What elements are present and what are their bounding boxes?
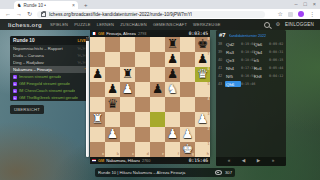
white-rook-a3[interactable]: ♜ xyxy=(90,112,105,127)
move-black-Qb4[interactable]: Qb4 xyxy=(253,49,269,55)
black-rook-c6[interactable]: ♜ xyxy=(120,67,135,82)
games-panel: Runde 10 LIVE Nepomniachtchi – Rapport½-… xyxy=(10,36,89,101)
white-pawn-f2[interactable]: ♟ xyxy=(165,127,180,142)
url-bar[interactable]: lichess.org/broadcast/fide-kandidatentur… xyxy=(37,11,265,18)
coord-file-e: e xyxy=(162,153,164,157)
square-b4[interactable]: ♛ xyxy=(105,97,120,112)
move-number: 43 xyxy=(218,82,225,86)
square-a1[interactable]: a xyxy=(90,142,105,157)
nav-item-gemeinschaft[interactable]: GEMEINSCHAFT xyxy=(153,22,187,27)
white-clock: 0:15:46 xyxy=(189,158,208,163)
square-c7[interactable] xyxy=(120,52,135,67)
tournament-link[interactable]: Kandidatenturnier 2022 xyxy=(229,34,266,38)
black-king-h8[interactable]: ♚ xyxy=(195,37,210,52)
move-row: 43Qh60:15:46 xyxy=(218,80,284,88)
square-b3[interactable] xyxy=(105,112,120,127)
square-e1[interactable]: e xyxy=(150,142,165,157)
nav-item-spielen[interactable]: SPIELEN xyxy=(50,22,68,27)
move-black-clock: 0:06:15 xyxy=(269,58,281,62)
square-d1[interactable]: d xyxy=(135,142,150,157)
move-white-Qd2[interactable]: Qd2 xyxy=(225,41,241,47)
tab-close-icon[interactable]: × xyxy=(72,3,75,8)
square-f1[interactable]: f xyxy=(165,142,180,157)
coord-rank-5: 5 xyxy=(208,83,210,87)
square-f3[interactable] xyxy=(165,112,180,127)
coord-file-d: d xyxy=(147,153,149,157)
new-tab-button[interactable]: + xyxy=(84,2,88,8)
player-bar-white: GM Nakamura, Hikaru 2760 0:15:46 xyxy=(90,157,210,164)
square-g8[interactable] xyxy=(180,37,195,52)
streamer-label: Imrosen streamt gerade xyxy=(19,74,61,79)
search-icon[interactable] xyxy=(264,22,270,28)
game-result: ½-½ xyxy=(78,46,86,51)
square-e2[interactable] xyxy=(150,127,165,142)
prev-move-button[interactable]: ◀ xyxy=(242,159,246,164)
move-white-Qh6[interactable]: Qh6 xyxy=(225,81,241,87)
move-white-clock: 0:19:04 xyxy=(241,42,253,46)
black-pawn-f7[interactable]: ♟ xyxy=(165,52,180,67)
broadcast-footer: Runde 10 | Hikaru Nakamura – Alireza Fir… xyxy=(95,168,235,177)
move-white-clock: 0:16:58 xyxy=(241,74,253,78)
window-maximize-icon[interactable]: □ xyxy=(303,1,306,7)
live-badge: LIVE xyxy=(78,39,86,43)
player-rating: 2760 xyxy=(142,159,150,163)
player-name: Nakamura, Hikaru xyxy=(106,158,140,163)
square-b8[interactable] xyxy=(105,37,120,52)
twitch-icon: ▸ xyxy=(13,96,17,100)
square-a3[interactable]: ♜ xyxy=(90,112,105,127)
white-pawn-c5[interactable]: ♟ xyxy=(120,82,135,97)
site-header: lichess.org SPIELENPUZZLELERNENZUSCHAUEN… xyxy=(0,19,320,30)
broadcast-title: Runde 10 | Hikaru Nakamura – Alireza Fir… xyxy=(98,170,212,175)
move-black-clock: 0:04:12 xyxy=(269,74,281,78)
square-c1[interactable]: c xyxy=(120,142,135,157)
move-white-Nh4[interactable]: Nh4 xyxy=(225,65,241,71)
square-b2[interactable]: ♟ xyxy=(105,127,120,142)
square-h2[interactable]: 2 xyxy=(195,127,210,142)
coord-file-c: c xyxy=(132,153,134,157)
move-row: 40Qe30:18:02e50:06:15 xyxy=(218,56,284,64)
url-text: lichess.org/broadcast/fide-kandidatentur… xyxy=(49,12,192,17)
nav-item-werkzeuge[interactable]: WERKZEUGE xyxy=(193,22,221,27)
gear-icon[interactable]: ⚙ xyxy=(275,22,279,27)
square-d5[interactable] xyxy=(135,82,150,97)
window-minimize-icon[interactable]: – xyxy=(294,1,297,7)
browser-tab[interactable]: ♞ Runde 10 • × xyxy=(14,1,78,9)
game-row-active[interactable]: Nakamura – Firouzja* xyxy=(10,66,89,73)
move-row: 39Ra30:18:45Qb40:08:31 xyxy=(218,48,284,56)
square-c8[interactable] xyxy=(120,37,135,52)
square-a7[interactable] xyxy=(90,52,105,67)
coord-rank-1: 1 xyxy=(208,143,210,147)
padlock-icon xyxy=(41,12,46,17)
nav-item-zuschauen[interactable]: ZUSCHAUEN xyxy=(120,22,147,27)
move-row: 42Nf50:16:58Kh80:04:12 xyxy=(218,72,284,80)
square-g5[interactable] xyxy=(180,82,195,97)
overview-button[interactable]: ÜBERSICHT xyxy=(10,105,44,114)
game-row[interactable]: Ding – Radjabov½-½ xyxy=(10,59,89,66)
square-f7[interactable]: ♟ xyxy=(165,52,180,67)
square-c5[interactable]: ♟ xyxy=(120,82,135,97)
move-white-clock: 0:18:45 xyxy=(241,50,253,54)
square-e5[interactable]: ♟ xyxy=(150,82,165,97)
move-black-clock: 0:05:44 xyxy=(269,66,281,70)
square-b7[interactable] xyxy=(105,52,120,67)
square-h4[interactable]: 4 xyxy=(195,97,210,112)
player-bar-black: GM Firouzja, Alireza 2793 0:03:45 xyxy=(90,30,210,37)
move-black-clock: 0:08:31 xyxy=(269,50,281,54)
bookmark-star-icon[interactable]: ☆ xyxy=(278,11,283,17)
square-c3[interactable] xyxy=(120,112,135,127)
black-queen-b4[interactable]: ♛ xyxy=(105,97,120,112)
move-number: 42 xyxy=(218,74,225,78)
square-h6[interactable]: 6♛ xyxy=(195,67,210,82)
coord-file-b: b xyxy=(117,153,119,157)
player-rating: 2793 xyxy=(138,32,146,36)
square-d2[interactable] xyxy=(135,127,150,142)
moves-panel-header: #7 Kandidatenturnier 2022 xyxy=(216,30,286,39)
game-result: ½-½ xyxy=(78,53,86,58)
streamer-label: IM ChessCoach streamt gerade xyxy=(19,88,75,93)
square-c2[interactable] xyxy=(120,127,135,142)
square-g1[interactable]: g♚ xyxy=(180,142,195,157)
extension-icon[interactable] xyxy=(288,12,293,17)
square-a4[interactable] xyxy=(90,97,105,112)
move-black-clock: 0:09:02 xyxy=(269,42,281,46)
white-pawn-h3[interactable]: ♟ xyxy=(195,112,210,127)
games-list: Nepomniachtchi – Rapport½-½Duda – Caruan… xyxy=(10,45,89,73)
streamer-row[interactable]: ▸Imrosen streamt gerade xyxy=(10,73,89,80)
square-e3[interactable] xyxy=(150,112,165,127)
window-controls: – □ × xyxy=(294,1,316,7)
square-g3[interactable] xyxy=(180,112,195,127)
white-king-g1[interactable]: ♚ xyxy=(180,142,195,157)
move-white-Ra3[interactable]: Ra3 xyxy=(225,49,241,55)
move-number: 40 xyxy=(218,58,225,62)
square-h3[interactable]: 3♟ xyxy=(195,112,210,127)
coord-file-h: h xyxy=(207,153,209,157)
game-row[interactable]: Duda – Caruana½-½ xyxy=(10,52,89,59)
square-f6[interactable]: ♟ xyxy=(165,67,180,82)
white-pawn-b2[interactable]: ♟ xyxy=(105,127,120,142)
move-black-Kh8[interactable]: Kh8 xyxy=(253,73,269,79)
game-pairing: Nakamura – Firouzja xyxy=(13,67,82,72)
square-e7[interactable] xyxy=(150,52,165,67)
black-rook-f8[interactable]: ♜ xyxy=(165,37,180,52)
coord-file-f: f xyxy=(178,153,179,157)
square-h5[interactable]: 5 xyxy=(195,82,210,97)
last-move-button[interactable]: » xyxy=(272,159,275,164)
game-row[interactable]: Nepomniachtchi – Rapport½-½ xyxy=(10,45,89,52)
last-move-highlight xyxy=(150,112,165,127)
nav-item-lernen[interactable]: LERNEN xyxy=(97,22,114,27)
white-pawn-g2[interactable]: ♟ xyxy=(180,127,195,142)
lichess-logo[interactable]: lichess.org xyxy=(8,22,42,28)
browser-menu-icon[interactable]: ⋮ xyxy=(309,11,315,17)
move-white-Qe3[interactable]: Qe3 xyxy=(225,57,241,63)
square-c6[interactable]: ♜ xyxy=(120,67,135,82)
back-icon[interactable]: ← xyxy=(5,11,11,17)
chess-board: ♜8♚♟7♟♟♜♟6♛♟♟♟♞5♛4♜3♟♟♟♟2abcdefg♚h1 xyxy=(90,37,210,157)
square-b1[interactable]: b xyxy=(105,142,120,157)
game-pairing: Ding – Radjabov xyxy=(13,60,76,65)
square-h8[interactable]: 8♚ xyxy=(195,37,210,52)
twitch-icon: ▸ xyxy=(13,75,17,79)
window-close-icon[interactable]: × xyxy=(313,1,316,7)
streamer-row[interactable]: ▸IM ChessCoach streamt gerade xyxy=(10,87,89,94)
viewers-eye-icon xyxy=(215,170,222,175)
flag-france-icon xyxy=(92,32,96,35)
next-move-button[interactable]: ▶ xyxy=(257,159,261,164)
move-black-Qb6[interactable]: Qb6 xyxy=(253,41,269,47)
square-e4[interactable] xyxy=(150,97,165,112)
move-nav-bar: «◀▶» xyxy=(216,157,286,166)
engine-eval: #7 xyxy=(219,32,226,38)
square-a6[interactable]: ♟ xyxy=(90,67,105,82)
black-pawn-f6[interactable]: ♟ xyxy=(165,67,180,82)
forward-icon[interactable]: → xyxy=(16,11,22,17)
move-row: 41Nh40:17:33Rc60:05:44 xyxy=(218,64,284,72)
twitch-icon: ▸ xyxy=(13,89,17,93)
player-name: Firouzja, Alireza xyxy=(106,31,136,36)
square-f8[interactable]: ♜ xyxy=(165,37,180,52)
square-g6[interactable] xyxy=(180,67,195,82)
black-pawn-e5[interactable]: ♟ xyxy=(150,82,165,97)
login-link[interactable]: EINLOGGEN xyxy=(285,22,314,27)
square-d4[interactable] xyxy=(135,97,150,112)
move-white-clock: 0:18:02 xyxy=(241,58,253,62)
nav-item-puzzle[interactable]: PUZZLE xyxy=(74,22,91,27)
square-d7[interactable] xyxy=(135,52,150,67)
square-f4[interactable] xyxy=(165,97,180,112)
streamer-row[interactable]: ▸GM Finegold streamt gerade xyxy=(10,80,89,87)
coord-rank-4: 4 xyxy=(208,98,210,102)
square-e8[interactable] xyxy=(150,37,165,52)
move-white-clock: 0:17:33 xyxy=(241,66,253,70)
player-title: GM xyxy=(98,32,104,36)
square-c4[interactable] xyxy=(120,97,135,112)
coord-file-a: a xyxy=(102,153,104,157)
square-g2[interactable]: ♟ xyxy=(180,127,195,142)
streamer-row[interactable]: ▸GM TheBigGreek streamt gerade xyxy=(10,94,89,101)
move-white-Nf5[interactable]: Nf5 xyxy=(225,73,241,79)
main-nav: SPIELENPUZZLELERNENZUSCHAUENGEMEINSCHAFT… xyxy=(50,22,221,27)
eval-bar xyxy=(86,37,89,157)
move-black-empty[interactable] xyxy=(253,84,269,85)
player-title: GM xyxy=(98,159,104,163)
move-list: 38Qd20:19:04Qb60:09:0239Ra30:18:45Qb40:0… xyxy=(216,39,286,157)
square-d6[interactable] xyxy=(135,67,150,82)
square-d3[interactable] xyxy=(135,112,150,127)
black-clock: 0:03:45 xyxy=(189,31,208,36)
round-title: Runde 10 xyxy=(13,38,78,43)
square-f5[interactable]: ♞ xyxy=(165,82,180,97)
streamers-list: ▸Imrosen streamt gerade▸GM Finegold stre… xyxy=(10,73,89,101)
square-b6[interactable] xyxy=(105,67,120,82)
twitch-icon: ▸ xyxy=(13,82,17,86)
profile-avatar[interactable] xyxy=(298,11,304,17)
square-h1[interactable]: h1 xyxy=(195,142,210,157)
lichess-page: lichess.org SPIELENPUZZLELERNENZUSCHAUEN… xyxy=(0,19,320,180)
black-pawn-h7[interactable]: ♟ xyxy=(195,52,210,67)
browser-tabstrip: ♞ Runde 10 • × + – □ × xyxy=(0,0,320,9)
tab-title: Runde 10 • xyxy=(23,3,70,8)
tab-favicon-knight-icon: ♞ xyxy=(17,3,21,8)
games-panel-header: Runde 10 LIVE xyxy=(10,36,89,45)
white-knight-f5[interactable]: ♞ xyxy=(165,82,180,97)
eval-bar-black-part xyxy=(86,37,89,41)
flag-usa-icon xyxy=(92,159,96,162)
black-pawn-b5[interactable]: ♟ xyxy=(105,82,120,97)
move-number: 38 xyxy=(218,42,225,46)
square-g4[interactable] xyxy=(180,97,195,112)
streamer-label: GM TheBigGreek streamt gerade xyxy=(19,95,78,100)
move-black-e5[interactable]: e5 xyxy=(253,57,269,63)
game-result: ½-½ xyxy=(78,60,86,65)
move-number: 39 xyxy=(218,50,225,54)
move-row: 38Qd20:19:04Qb60:09:02 xyxy=(218,40,284,48)
square-a8[interactable] xyxy=(90,37,105,52)
game-pairing: Nepomniachtchi – Rapport xyxy=(13,46,76,51)
moves-panel: #7 Kandidatenturnier 2022 38Qd20:19:04Qb… xyxy=(216,30,286,166)
screen: ♞ Runde 10 • × + – □ × ← → ↻ lichess.org… xyxy=(0,0,320,180)
move-white-clock: 0:15:46 xyxy=(241,82,253,86)
square-g7[interactable] xyxy=(180,52,195,67)
first-move-button[interactable]: « xyxy=(228,159,231,164)
coord-rank-2: 2 xyxy=(208,128,210,132)
black-pawn-a6[interactable]: ♟ xyxy=(90,67,105,82)
square-a2[interactable] xyxy=(90,127,105,142)
white-queen-h6[interactable]: ♛ xyxy=(195,67,210,82)
move-number: 41 xyxy=(218,66,225,70)
square-d8[interactable] xyxy=(135,37,150,52)
square-b5[interactable]: ♟ xyxy=(105,82,120,97)
streamer-label: GM Finegold streamt gerade xyxy=(19,81,70,86)
reload-icon[interactable]: ↻ xyxy=(27,11,32,17)
square-h7[interactable]: 7♟ xyxy=(195,52,210,67)
square-a5[interactable] xyxy=(90,82,105,97)
viewer-count: 307 xyxy=(225,170,232,175)
game-pairing: Duda – Caruana xyxy=(13,53,76,58)
browser-toolbar: ← → ↻ lichess.org/broadcast/fide-kandida… xyxy=(0,9,320,19)
square-e6[interactable] xyxy=(150,67,165,82)
move-black-Rc6[interactable]: Rc6 xyxy=(253,65,269,71)
square-f2[interactable]: ♟ xyxy=(165,127,180,142)
